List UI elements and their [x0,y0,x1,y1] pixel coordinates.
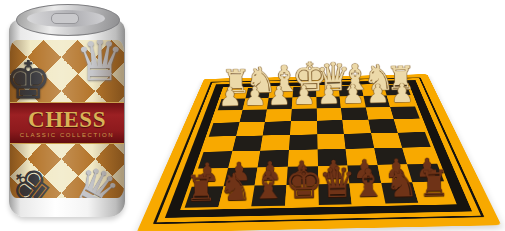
square-r4c6[interactable] [371,133,402,148]
square-r1c2[interactable]: ♟ [267,97,292,109]
chess-piece-dark-R[interactable]: ♜ [418,165,452,201]
chess-piece-light-P[interactable]: ♟ [365,81,390,107]
chess-mat: ♜♞♝♚♛♝♞♜♟♟♟♟♟♟♟♟♟♟♟♟♟♟♟♟♜♞♝♚♛♝♞♜ [136,74,501,231]
square-r4c5[interactable] [344,133,374,149]
chess-piece-light-P[interactable]: ♟ [340,81,365,107]
square-r2c1[interactable] [239,109,267,122]
square-r1c6[interactable]: ♟ [363,95,390,107]
square-r3c7[interactable] [394,119,425,133]
can-subtitle: CLASSIC COLLECTION [20,132,114,138]
dark-king-silhouette-icon: ♚ [10,54,52,106]
product-photo: ♚ ♛ ♚ ♛ CHESS CLASSIC COLLECTION ♜♞♝♚♛♝♞… [0,0,505,231]
can-label: ♚ ♛ ♚ ♛ CHESS CLASSIC COLLECTION [10,40,124,198]
chess-piece-light-P[interactable]: ♟ [242,83,267,109]
square-r7c2[interactable]: ♝ [251,185,286,206]
square-r7c1[interactable]: ♞ [218,186,255,207]
board-scene: ♜♞♝♚♛♝♞♜♟♟♟♟♟♟♟♟♟♟♟♟♟♟♟♟♜♞♝♚♛♝♞♜ [126,0,505,231]
chess-piece-dark-B[interactable]: ♝ [251,166,285,205]
square-r3c0[interactable] [209,122,239,136]
square-r3c3[interactable] [290,121,317,135]
can-lid [16,4,120,36]
chess-tin-can: ♚ ♛ ♚ ♛ CHESS CLASSIC COLLECTION [8,4,126,218]
square-r2c0[interactable] [213,110,242,123]
chess-piece-dark-B[interactable]: ♝ [351,164,385,203]
square-r7c3[interactable]: ♚ [285,184,318,205]
label-banner: CHESS CLASSIC COLLECTION [10,102,124,144]
square-r4c3[interactable] [289,134,317,150]
square-r4c1[interactable] [232,135,263,151]
square-r2c3[interactable] [291,108,317,121]
square-r1c5[interactable]: ♟ [340,96,366,108]
square-r7c6[interactable]: ♞ [381,182,419,203]
chess-piece-dark-N[interactable]: ♞ [384,164,418,202]
board-perspective: ♜♞♝♚♛♝♞♜♟♟♟♟♟♟♟♟♟♟♟♟♟♟♟♟♜♞♝♚♛♝♞♜ [126,0,505,231]
square-r1c0[interactable]: ♟ [218,98,246,110]
square-r2c4[interactable] [316,108,342,121]
square-r7c7[interactable]: ♜ [413,182,452,203]
chess-piece-light-P[interactable]: ♟ [291,82,316,108]
chess-piece-dark-R[interactable]: ♜ [184,170,218,206]
chess-piece-light-P[interactable]: ♟ [316,82,341,108]
square-r4c4[interactable] [317,134,346,150]
square-r7c4[interactable]: ♛ [318,184,352,205]
square-r3c1[interactable] [236,122,265,136]
square-r1c7[interactable]: ♟ [387,95,415,107]
square-r4c0[interactable] [204,136,236,152]
chess-piece-light-P[interactable]: ♟ [217,84,242,110]
can-title: CHESS [28,108,106,131]
square-r4c2[interactable] [260,135,289,151]
fallen-light-queen-icon: ♛ [66,156,124,198]
square-r3c2[interactable] [263,121,291,135]
square-r1c4[interactable]: ♟ [316,96,341,108]
chess-piece-dark-K[interactable]: ♚ [284,161,318,205]
light-queen-silhouette-icon: ♛ [75,40,124,89]
board-grid: ♜♞♝♚♛♝♞♜♟♟♟♟♟♟♟♟♟♟♟♟♟♟♟♟♜♞♝♚♛♝♞♜ [185,85,452,208]
square-r1c3[interactable]: ♟ [292,97,317,109]
chess-piece-light-P[interactable]: ♟ [390,80,415,106]
square-r2c5[interactable] [341,107,368,120]
chess-piece-light-P[interactable]: ♟ [267,83,292,109]
square-r4c7[interactable] [398,132,431,147]
square-r7c5[interactable]: ♝ [350,183,386,204]
square-r2c6[interactable] [366,107,394,120]
square-r1c1[interactable]: ♟ [242,98,268,110]
square-r2c7[interactable] [390,106,419,119]
square-r2c2[interactable] [265,109,292,122]
chess-piece-dark-Q[interactable]: ♛ [317,161,351,204]
fallen-dark-king-icon: ♚ [10,156,61,198]
chess-piece-dark-N[interactable]: ♞ [218,168,252,206]
pull-tab-icon [51,13,79,24]
